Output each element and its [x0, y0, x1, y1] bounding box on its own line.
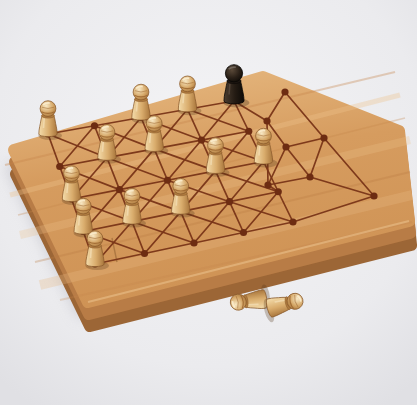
board-point-d5[interactable] — [240, 229, 247, 236]
board-point-b5[interactable] — [141, 250, 148, 257]
board-point-t3[interactable] — [282, 143, 289, 150]
board-point-t2[interactable] — [263, 117, 270, 124]
photo-stage — [0, 0, 417, 405]
board-point-a2[interactable] — [56, 163, 63, 170]
board-point-e5[interactable] — [289, 218, 296, 225]
board-point-t6[interactable] — [264, 181, 271, 188]
board-point-c3[interactable] — [164, 177, 171, 184]
board-point-t1[interactable] — [281, 88, 288, 95]
board-point-e2[interactable] — [245, 128, 252, 135]
board-point-t4[interactable] — [320, 134, 327, 141]
board-photo — [0, 0, 417, 405]
board-point-b3[interactable] — [116, 186, 123, 193]
board-point-d2[interactable] — [198, 136, 205, 143]
board-point-c5[interactable] — [190, 239, 197, 246]
board-point-t7[interactable] — [370, 192, 377, 199]
board-point-e4[interactable] — [275, 188, 282, 195]
board-point-d4[interactable] — [226, 198, 233, 205]
board-point-t5[interactable] — [306, 173, 313, 180]
board-point-b1[interactable] — [91, 122, 98, 129]
